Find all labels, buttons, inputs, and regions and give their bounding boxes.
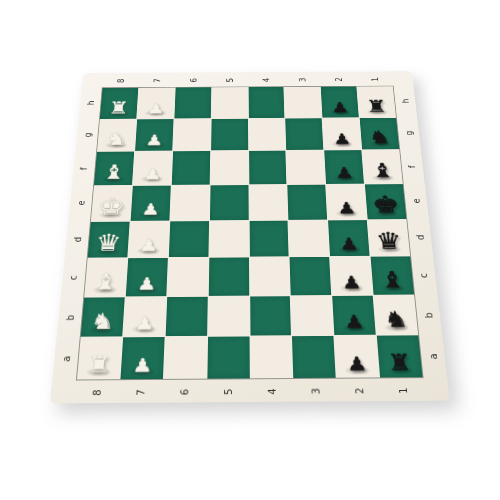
square-d7: ♟	[128, 221, 169, 257]
square-a3	[292, 336, 336, 378]
square-e7: ♟	[131, 186, 171, 221]
square-f7: ♟	[133, 152, 172, 185]
square-b5	[208, 296, 249, 336]
square-d8: ♛	[88, 221, 130, 257]
square-h5	[211, 87, 247, 118]
piece-shadow	[104, 142, 128, 149]
square-b1: ♞	[374, 295, 418, 335]
square-g6	[173, 119, 211, 151]
square-g4	[248, 118, 285, 150]
square-a8: ♜	[77, 338, 122, 380]
square-h3	[285, 87, 322, 118]
square-f5	[210, 151, 248, 184]
coordinates-bottom: 87654321	[74, 380, 426, 402]
piece-shadow	[98, 211, 123, 218]
piece-shadow	[142, 142, 166, 149]
square-a7: ♟	[120, 337, 164, 379]
piece-shadow	[344, 366, 372, 375]
piece-shadow	[92, 286, 118, 294]
piece-shadow	[383, 324, 410, 332]
piece-shadow	[128, 367, 155, 376]
square-b3	[291, 296, 334, 336]
square-a1: ♜	[377, 336, 423, 378]
piece-shadow	[133, 285, 159, 293]
square-h1: ♜	[357, 86, 396, 117]
square-g2: ♟	[323, 118, 362, 150]
piece-shadow	[329, 109, 353, 116]
square-b7: ♟	[123, 297, 166, 337]
piece-shadow	[339, 284, 365, 292]
piece-shadow	[95, 247, 121, 255]
square-d2: ♟	[328, 220, 369, 256]
square-c2: ♟	[330, 257, 372, 295]
square-f2: ♟	[324, 150, 364, 183]
square-c7: ♟	[126, 258, 168, 296]
square-e6	[170, 185, 209, 220]
square-e2: ♟	[326, 184, 367, 219]
square-c8: ♝	[84, 258, 127, 296]
square-d1: ♛	[368, 220, 410, 256]
piece-shadow	[377, 246, 403, 254]
square-b6	[165, 297, 207, 337]
square-e1: ♚	[365, 184, 406, 219]
piece-shadow	[366, 108, 390, 115]
piece-shadow	[335, 209, 360, 216]
square-d4	[249, 220, 289, 256]
piece-shadow	[337, 246, 363, 254]
square-f4	[249, 151, 287, 184]
square-d5	[209, 220, 248, 256]
piece-shadow	[131, 325, 158, 333]
square-c5	[208, 258, 248, 296]
square-f1: ♝	[362, 150, 402, 183]
piece-shadow	[374, 209, 399, 216]
square-h8: ♜	[100, 88, 138, 119]
square-e8: ♚	[91, 186, 132, 221]
square-h2: ♟	[321, 87, 359, 118]
piece-shadow	[138, 211, 163, 218]
piece-shadow	[368, 141, 392, 148]
square-a6	[164, 337, 207, 379]
piece-shadow	[333, 174, 358, 181]
chess-set-photo: 87654321 87654321 hgfedcba hgfedcba ♜♟♟♜…	[0, 0, 500, 500]
square-b4	[250, 296, 292, 336]
piece-shadow	[135, 247, 161, 255]
piece-shadow	[380, 284, 406, 292]
piece-shadow	[144, 110, 168, 117]
square-e3	[288, 185, 328, 220]
square-f3	[287, 151, 326, 184]
square-d3	[289, 220, 330, 256]
square-g3	[286, 118, 324, 150]
square-f6	[172, 151, 210, 184]
piece-shadow	[101, 176, 126, 183]
square-d6	[169, 221, 209, 257]
square-h7: ♟	[137, 88, 175, 119]
piece-shadow	[140, 175, 165, 182]
square-b2: ♟	[332, 295, 375, 335]
square-e5	[210, 185, 249, 220]
square-c1: ♝	[371, 257, 414, 295]
piece-shadow	[371, 174, 396, 181]
square-a5	[207, 337, 249, 379]
square-e4	[249, 185, 288, 220]
piece-shadow	[331, 141, 355, 148]
chess-board-mat: 87654321 87654321 hgfedcba hgfedcba ♜♟♟♜…	[50, 71, 450, 403]
piece-shadow	[341, 324, 368, 332]
square-b8: ♞	[81, 297, 125, 337]
piece-shadow	[85, 368, 113, 377]
square-a4	[250, 337, 293, 379]
square-h4	[248, 87, 284, 118]
piece-shadow	[88, 326, 115, 334]
square-g5	[211, 118, 248, 150]
square-c3	[290, 257, 332, 295]
chess-board-grid: ♜♟♟♜♞♟♟♞♝♟♟♝♚♟♟♚♛♟♟♛♝♟♟♝♞♟♟♞♜♟♟♜	[76, 86, 424, 381]
square-g1: ♞	[360, 118, 399, 150]
square-c4	[249, 257, 290, 295]
square-a2: ♟	[335, 336, 380, 378]
square-h6	[174, 87, 211, 118]
square-g7: ♟	[135, 119, 173, 151]
square-f8: ♝	[94, 152, 134, 185]
piece-shadow	[387, 366, 415, 375]
piece-shadow	[107, 110, 131, 117]
square-c6	[167, 258, 208, 296]
square-g8: ♞	[97, 119, 136, 151]
